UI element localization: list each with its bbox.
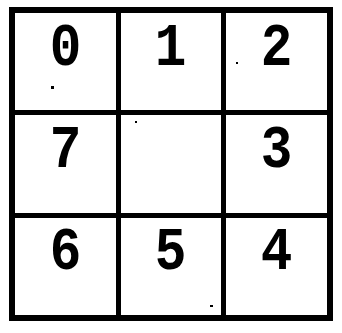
tile-0[interactable]: 0 — [15, 13, 116, 110]
tile-7[interactable]: 7 — [15, 115, 116, 212]
tile-6[interactable]: 6 — [15, 218, 116, 315]
scan-speck — [135, 121, 137, 123]
tile-3-label: 3 — [261, 120, 293, 182]
empty-cell — [121, 115, 222, 212]
tile-5-label: 5 — [155, 222, 187, 284]
tile-5[interactable]: 5 — [121, 218, 222, 315]
puzzle-board: 0 1 2 7 3 6 5 4 — [9, 7, 333, 321]
tile-1-label: 1 — [155, 18, 187, 80]
tile-6-label: 6 — [50, 222, 82, 284]
tile-1[interactable]: 1 — [121, 13, 222, 110]
tile-3[interactable]: 3 — [226, 115, 327, 212]
scan-speck — [51, 86, 54, 89]
tile-4[interactable]: 4 — [226, 218, 327, 315]
tile-7-label: 7 — [50, 120, 82, 182]
tile-0-label: 0 — [50, 18, 82, 80]
scan-speck — [236, 62, 238, 64]
tile-4-label: 4 — [261, 222, 293, 284]
tile-2-label: 2 — [261, 18, 293, 80]
scan-speck — [210, 305, 213, 307]
tile-2[interactable]: 2 — [226, 13, 327, 110]
